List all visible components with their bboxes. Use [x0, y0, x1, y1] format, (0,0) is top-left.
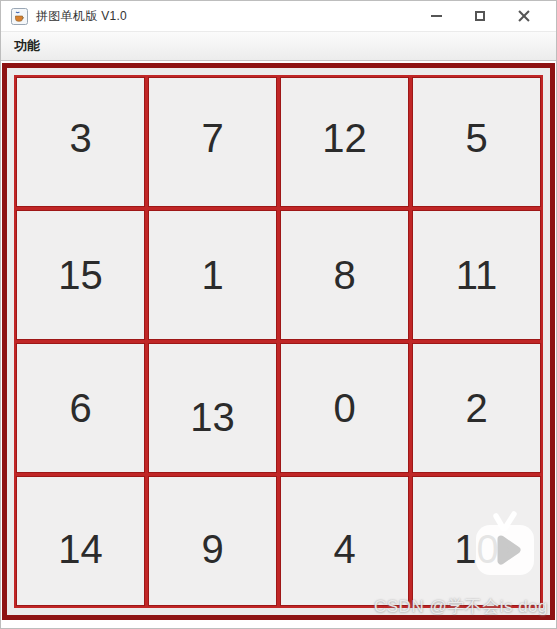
tile-number: 12 [322, 118, 367, 158]
puzzle-tile[interactable]: 13 [148, 343, 277, 473]
tile-number: 0 [333, 388, 355, 428]
menu-bar: 功能 [1, 31, 556, 61]
puzzle-board: 3 7 12 5 15 1 8 11 6 13 0 2 14 9 4 10 [14, 75, 543, 608]
puzzle-tile[interactable]: 6 [16, 343, 145, 473]
puzzle-tile[interactable]: 1 [148, 210, 277, 340]
minimize-button[interactable] [414, 2, 458, 30]
tile-number: 4 [333, 529, 355, 569]
tile-number: 9 [201, 529, 223, 569]
puzzle-tile[interactable]: 5 [412, 77, 541, 207]
menu-item-function[interactable]: 功能 [10, 34, 44, 58]
puzzle-tile[interactable]: 8 [280, 210, 409, 340]
tile-number: 3 [69, 118, 91, 158]
title-bar[interactable]: 拼图单机版 V1.0 [1, 1, 556, 31]
puzzle-tile[interactable]: 15 [16, 210, 145, 340]
tile-number: 15 [58, 255, 103, 295]
puzzle-tile[interactable]: 2 [412, 343, 541, 473]
tile-number: 13 [190, 397, 235, 437]
app-window: 拼图单机版 V1.0 功能 3 7 12 5 15 1 8 11 6 13 0 … [0, 0, 557, 629]
tile-number: 6 [69, 388, 91, 428]
puzzle-tile[interactable]: 4 [280, 476, 409, 606]
minimize-icon [431, 15, 442, 17]
puzzle-tile[interactable]: 3 [16, 77, 145, 207]
close-icon [518, 10, 530, 22]
window-title: 拼图单机版 V1.0 [36, 8, 127, 25]
puzzle-tile[interactable]: 12 [280, 77, 409, 207]
tile-number: 11 [456, 255, 498, 295]
tile-number: 7 [201, 118, 223, 158]
java-coffee-cup-icon [11, 8, 28, 25]
tile-number: 10 [454, 529, 499, 569]
puzzle-tile[interactable]: 0 [280, 343, 409, 473]
tile-number: 2 [465, 388, 487, 428]
tile-number: 5 [465, 118, 487, 158]
maximize-icon [475, 11, 485, 21]
puzzle-tile[interactable]: 14 [16, 476, 145, 606]
close-button[interactable] [502, 2, 546, 30]
puzzle-tile[interactable]: 11 [412, 210, 541, 340]
puzzle-board-frame: 3 7 12 5 15 1 8 11 6 13 0 2 14 9 4 10 [2, 63, 555, 620]
maximize-button[interactable] [458, 2, 502, 30]
tile-number: 1 [201, 255, 223, 295]
tile-number: 14 [58, 529, 103, 569]
tile-number: 8 [333, 255, 355, 295]
puzzle-tile[interactable]: 10 [412, 476, 541, 606]
puzzle-tile[interactable]: 7 [148, 77, 277, 207]
puzzle-tile[interactable]: 9 [148, 476, 277, 606]
